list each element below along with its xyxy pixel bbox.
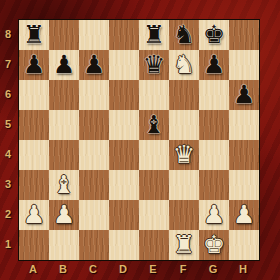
square-e8[interactable]: ♜ (139, 20, 169, 50)
square-b1[interactable] (49, 230, 79, 260)
square-b7[interactable]: ♟ (49, 50, 79, 80)
square-e1[interactable] (139, 230, 169, 260)
rank-label-6: 6 (0, 79, 16, 109)
square-c3[interactable] (79, 170, 109, 200)
square-f1[interactable]: ♜ (169, 230, 199, 260)
chessboard-frame: 87654321 ♜♜♞♚♟♟♟♛♞♟♟♝♛♝♟♟♟♟♜♚ ABCDEFGH (0, 0, 280, 280)
square-b4[interactable] (49, 140, 79, 170)
white-queen-icon: ♛ (169, 140, 199, 170)
black-pawn-icon: ♟ (49, 50, 79, 80)
black-rook-icon: ♜ (139, 20, 169, 50)
square-e4[interactable] (139, 140, 169, 170)
square-h6[interactable]: ♟ (229, 80, 259, 110)
chess-board: ♜♜♞♚♟♟♟♛♞♟♟♝♛♝♟♟♟♟♜♚ (18, 19, 260, 261)
square-a3[interactable] (19, 170, 49, 200)
square-b3[interactable]: ♝ (49, 170, 79, 200)
square-d7[interactable] (109, 50, 139, 80)
white-pawn-icon: ♟ (199, 200, 229, 230)
square-c1[interactable] (79, 230, 109, 260)
square-c5[interactable] (79, 110, 109, 140)
square-d1[interactable] (109, 230, 139, 260)
square-h7[interactable] (229, 50, 259, 80)
file-label-f: F (168, 260, 198, 278)
file-label-c: C (78, 260, 108, 278)
square-d4[interactable] (109, 140, 139, 170)
rank-label-7: 7 (0, 49, 16, 79)
square-h8[interactable] (229, 20, 259, 50)
black-queen-icon: ♛ (139, 50, 169, 80)
square-f4[interactable]: ♛ (169, 140, 199, 170)
black-pawn-icon: ♟ (199, 50, 229, 80)
square-a7[interactable]: ♟ (19, 50, 49, 80)
square-f5[interactable] (169, 110, 199, 140)
square-g7[interactable]: ♟ (199, 50, 229, 80)
square-a1[interactable] (19, 230, 49, 260)
square-b6[interactable] (49, 80, 79, 110)
square-a8[interactable]: ♜ (19, 20, 49, 50)
file-label-g: G (198, 260, 228, 278)
white-rook-icon: ♜ (169, 230, 199, 260)
black-pawn-icon: ♟ (229, 80, 259, 110)
file-labels: ABCDEFGH (18, 260, 258, 278)
square-b8[interactable] (49, 20, 79, 50)
square-d8[interactable] (109, 20, 139, 50)
square-f8[interactable]: ♞ (169, 20, 199, 50)
square-g3[interactable] (199, 170, 229, 200)
rank-label-8: 8 (0, 19, 16, 49)
white-bishop-icon: ♝ (49, 170, 79, 200)
square-h3[interactable] (229, 170, 259, 200)
white-pawn-icon: ♟ (19, 200, 49, 230)
square-a6[interactable] (19, 80, 49, 110)
square-c4[interactable] (79, 140, 109, 170)
square-a5[interactable] (19, 110, 49, 140)
square-g4[interactable] (199, 140, 229, 170)
square-h1[interactable] (229, 230, 259, 260)
square-f3[interactable] (169, 170, 199, 200)
square-a4[interactable] (19, 140, 49, 170)
file-label-h: H (228, 260, 258, 278)
square-e3[interactable] (139, 170, 169, 200)
square-a2[interactable]: ♟ (19, 200, 49, 230)
square-b5[interactable] (49, 110, 79, 140)
square-d6[interactable] (109, 80, 139, 110)
square-h4[interactable] (229, 140, 259, 170)
black-king-icon: ♚ (199, 20, 229, 50)
file-label-b: B (48, 260, 78, 278)
black-rook-icon: ♜ (19, 20, 49, 50)
white-pawn-icon: ♟ (229, 200, 259, 230)
square-g6[interactable] (199, 80, 229, 110)
square-h5[interactable] (229, 110, 259, 140)
square-f2[interactable] (169, 200, 199, 230)
square-g5[interactable] (199, 110, 229, 140)
rank-label-1: 1 (0, 229, 16, 259)
square-d5[interactable] (109, 110, 139, 140)
square-g2[interactable]: ♟ (199, 200, 229, 230)
square-c2[interactable] (79, 200, 109, 230)
file-label-e: E (138, 260, 168, 278)
square-g1[interactable]: ♚ (199, 230, 229, 260)
white-king-icon: ♚ (199, 230, 229, 260)
square-c8[interactable] (79, 20, 109, 50)
rank-label-4: 4 (0, 139, 16, 169)
rank-label-2: 2 (0, 199, 16, 229)
square-h2[interactable]: ♟ (229, 200, 259, 230)
file-label-a: A (18, 260, 48, 278)
square-e5[interactable]: ♝ (139, 110, 169, 140)
rank-label-3: 3 (0, 169, 16, 199)
square-f6[interactable] (169, 80, 199, 110)
file-label-d: D (108, 260, 138, 278)
square-c7[interactable]: ♟ (79, 50, 109, 80)
black-pawn-icon: ♟ (79, 50, 109, 80)
black-knight-icon: ♞ (169, 20, 199, 50)
square-d3[interactable] (109, 170, 139, 200)
black-pawn-icon: ♟ (19, 50, 49, 80)
square-e2[interactable] (139, 200, 169, 230)
white-pawn-icon: ♟ (49, 200, 79, 230)
square-e6[interactable] (139, 80, 169, 110)
square-g8[interactable]: ♚ (199, 20, 229, 50)
square-e7[interactable]: ♛ (139, 50, 169, 80)
white-knight-icon: ♞ (169, 50, 199, 80)
rank-label-5: 5 (0, 109, 16, 139)
square-d2[interactable] (109, 200, 139, 230)
rank-labels: 87654321 (0, 19, 18, 259)
black-bishop-icon: ♝ (139, 110, 169, 140)
square-c6[interactable] (79, 80, 109, 110)
square-b2[interactable]: ♟ (49, 200, 79, 230)
square-f7[interactable]: ♞ (169, 50, 199, 80)
